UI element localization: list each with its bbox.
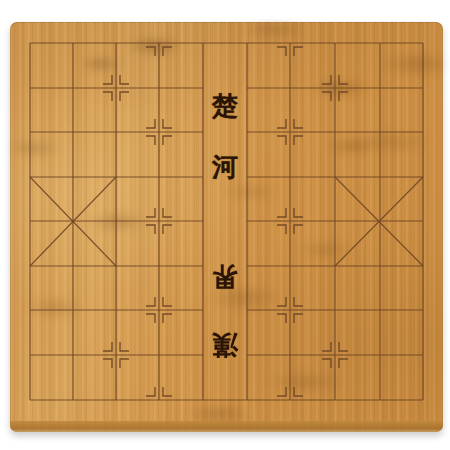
board-grid — [0, 0, 450, 450]
photo-background: 楚 河 界 漢 — [0, 0, 450, 450]
river-char-he: 河 — [203, 152, 247, 182]
river-char-han: 漢 — [203, 330, 247, 360]
river-char-chu: 楚 — [203, 91, 247, 121]
river-char-jie: 界 — [203, 262, 247, 292]
